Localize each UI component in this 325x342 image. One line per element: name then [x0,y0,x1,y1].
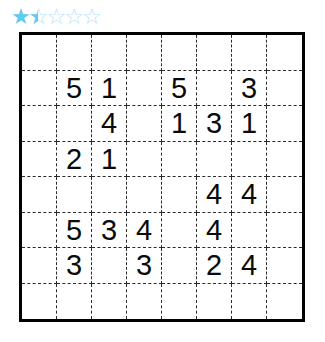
cell-clue: 5 [57,213,92,249]
cell-clue: 4 [232,248,267,284]
star-outline-icon: ☆ [82,4,100,30]
cell-clue: 4 [197,177,232,213]
cell-empty[interactable] [267,106,302,142]
cell-empty[interactable] [197,284,232,320]
cell-empty[interactable] [57,35,92,71]
cell-clue: 3 [232,71,267,107]
cell-empty[interactable] [127,142,162,178]
cell-empty[interactable] [22,71,57,107]
cell-clue: 4 [232,177,267,213]
cell-empty[interactable] [22,35,57,71]
cell-clue: 2 [57,142,92,178]
cell-clue: 3 [127,248,162,284]
cell-empty[interactable] [162,284,197,320]
cell-empty[interactable] [197,142,232,178]
cell-empty[interactable] [267,177,302,213]
cell-empty[interactable] [92,284,127,320]
cell-empty[interactable] [267,35,302,71]
cell-empty[interactable] [162,248,197,284]
cell-empty[interactable] [127,177,162,213]
cell-empty[interactable] [22,284,57,320]
cell-empty[interactable] [127,284,162,320]
star-half-icon: ☆★ [29,4,47,30]
cell-empty[interactable] [162,177,197,213]
cell-empty[interactable] [57,106,92,142]
cell-empty[interactable] [92,177,127,213]
cell-empty[interactable] [127,35,162,71]
cell-empty[interactable] [57,177,92,213]
cell-empty[interactable] [197,35,232,71]
cell-empty[interactable] [267,142,302,178]
cell-clue: 3 [57,248,92,284]
cell-empty[interactable] [267,284,302,320]
star-outline-icon: ☆ [46,4,64,30]
cell-empty[interactable] [22,106,57,142]
cell-empty[interactable] [232,142,267,178]
cell-clue: 4 [92,106,127,142]
star-outline-icon: ☆ [64,4,82,30]
cell-clue: 1 [232,106,267,142]
cell-empty[interactable] [22,142,57,178]
cell-empty[interactable] [197,71,232,107]
cell-clue: 5 [162,71,197,107]
cell-empty[interactable] [232,213,267,249]
cell-empty[interactable] [92,248,127,284]
cell-empty[interactable] [92,35,127,71]
cell-empty[interactable] [57,284,92,320]
difficulty-stars: ★☆★☆☆☆ [11,4,100,30]
board-grid: 51534131214453443324 [19,32,305,322]
cell-clue: 1 [92,142,127,178]
cell-empty[interactable] [127,106,162,142]
cell-clue: 4 [127,213,162,249]
cell-clue: 5 [57,71,92,107]
cell-empty[interactable] [22,177,57,213]
star-filled-icon: ★ [11,4,29,30]
cell-empty[interactable] [162,35,197,71]
cell-clue: 1 [92,71,127,107]
cell-empty[interactable] [22,248,57,284]
cell-clue: 4 [197,213,232,249]
cell-empty[interactable] [22,213,57,249]
cell-clue: 2 [197,248,232,284]
cell-empty[interactable] [232,284,267,320]
cell-clue: 1 [162,106,197,142]
cell-empty[interactable] [232,35,267,71]
cell-empty[interactable] [267,71,302,107]
cell-empty[interactable] [162,142,197,178]
cell-empty[interactable] [162,213,197,249]
cell-clue: 3 [92,213,127,249]
cell-clue: 3 [197,106,232,142]
cell-empty[interactable] [267,213,302,249]
cell-empty[interactable] [267,248,302,284]
cell-empty[interactable] [127,71,162,107]
